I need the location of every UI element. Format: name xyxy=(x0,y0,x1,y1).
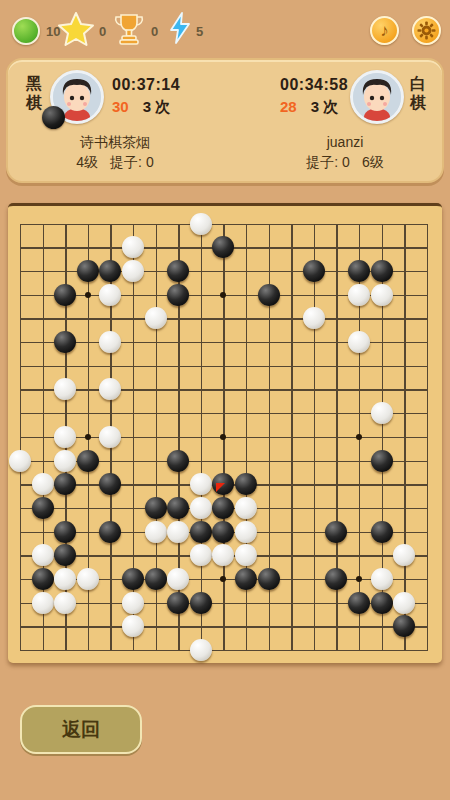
black-side-label: 黑 棋 xyxy=(24,74,44,112)
white-timer: 00:34:58 xyxy=(280,76,348,94)
board-grid-line xyxy=(291,224,292,651)
stone-black xyxy=(303,260,325,282)
stone-white xyxy=(54,450,76,472)
stone-white xyxy=(371,402,393,424)
stone-white xyxy=(190,544,212,566)
black-stone-badge xyxy=(42,106,65,129)
board-grid-line xyxy=(20,650,428,651)
stone-black xyxy=(99,473,121,495)
stone-white xyxy=(303,307,325,329)
stone-black xyxy=(190,521,212,543)
stone-black xyxy=(212,497,234,519)
board-grid-line xyxy=(427,224,428,651)
white-byoyomi-periods: 3 次 xyxy=(311,98,339,115)
stone-white xyxy=(99,426,121,448)
star-point xyxy=(220,434,226,440)
music-note-icon: ♪ xyxy=(380,21,389,41)
stone-black xyxy=(54,473,76,495)
stone-white xyxy=(167,521,189,543)
top-bar: 10 0 0 5 ♪ xyxy=(0,0,450,56)
stone-black xyxy=(99,521,121,543)
star-point xyxy=(85,292,91,298)
stone-black xyxy=(122,568,144,590)
stone-white xyxy=(54,568,76,590)
stone-black xyxy=(325,521,347,543)
stone-white xyxy=(99,331,121,353)
stone-white xyxy=(145,307,167,329)
stone-black xyxy=(77,260,99,282)
stone-black xyxy=(235,568,257,590)
white-side-label: 白 棋 xyxy=(408,74,428,112)
black-captures: 提子: 0 xyxy=(110,154,154,170)
coin-icon xyxy=(12,17,40,45)
gear-icon xyxy=(417,21,436,40)
stone-black xyxy=(235,473,257,495)
stone-black xyxy=(54,284,76,306)
stone-black xyxy=(258,568,280,590)
stone-black xyxy=(99,260,121,282)
stone-black xyxy=(371,260,393,282)
star-point xyxy=(220,576,226,582)
stone-white xyxy=(190,213,212,235)
back-button-label: 返回 xyxy=(62,717,100,743)
black-timer: 00:37:14 xyxy=(112,76,180,94)
stone-white xyxy=(212,544,234,566)
app-screen: 10 0 0 5 ♪ xyxy=(0,0,450,800)
stone-black xyxy=(167,450,189,472)
white-captures: 提子: 0 xyxy=(306,154,350,170)
stone-black xyxy=(145,497,167,519)
stone-black xyxy=(393,615,415,637)
stone-black xyxy=(32,568,54,590)
stone-white xyxy=(122,592,144,614)
trophy-count: 0 xyxy=(151,24,158,39)
stone-black xyxy=(212,236,234,258)
stone-black xyxy=(145,568,167,590)
stone-black xyxy=(371,592,393,614)
stone-black xyxy=(54,521,76,543)
stone-white xyxy=(32,592,54,614)
stone-black xyxy=(167,497,189,519)
stone-white xyxy=(122,236,144,258)
black-byoyomi-seconds: 30 xyxy=(112,98,129,115)
stone-white xyxy=(122,615,144,637)
stone-black xyxy=(348,592,370,614)
black-byoyomi-periods: 3 次 xyxy=(143,98,171,115)
stone-black xyxy=(77,450,99,472)
last-move-marker xyxy=(216,483,225,492)
energy-icon xyxy=(168,12,192,44)
stone-black xyxy=(167,284,189,306)
star-icon xyxy=(58,12,94,46)
board-grid-line xyxy=(404,224,405,651)
stone-white xyxy=(77,568,99,590)
stone-black xyxy=(348,260,370,282)
stone-white xyxy=(393,544,415,566)
star-point xyxy=(356,576,362,582)
stone-white xyxy=(9,450,31,472)
stone-black xyxy=(371,521,393,543)
stone-white xyxy=(235,544,257,566)
white-avatar xyxy=(350,70,404,124)
stone-white xyxy=(190,497,212,519)
white-rank: 6级 xyxy=(362,154,384,170)
stone-white xyxy=(145,521,167,543)
white-byoyomi-seconds: 28 xyxy=(280,98,297,115)
stone-white xyxy=(54,426,76,448)
stone-white xyxy=(54,378,76,400)
white-byoyomi: 283 次 xyxy=(280,98,338,117)
music-button[interactable]: ♪ xyxy=(370,16,399,45)
stone-black xyxy=(258,284,280,306)
stone-white xyxy=(99,378,121,400)
star-point xyxy=(220,292,226,298)
white-player-name: juanzi xyxy=(260,134,430,150)
back-button[interactable]: 返回 xyxy=(20,705,142,754)
stone-white xyxy=(32,544,54,566)
stone-white xyxy=(167,568,189,590)
stone-white xyxy=(190,639,212,661)
star-point xyxy=(356,434,362,440)
stone-white xyxy=(190,473,212,495)
stone-white xyxy=(99,284,121,306)
stone-black xyxy=(325,568,347,590)
stone-white xyxy=(235,521,257,543)
stone-white xyxy=(348,331,370,353)
stone-black xyxy=(32,497,54,519)
stone-black xyxy=(212,521,234,543)
stone-white xyxy=(32,473,54,495)
stone-white xyxy=(371,284,393,306)
black-byoyomi: 303 次 xyxy=(112,98,170,117)
players-panel: 黑 棋 00:37:14 303 次 诗书棋茶烟 4级提子: 0 00:34:5… xyxy=(6,58,444,183)
star-count: 0 xyxy=(99,24,106,39)
stone-black xyxy=(371,450,393,472)
stone-black xyxy=(54,331,76,353)
stone-black xyxy=(54,544,76,566)
stone-white xyxy=(348,284,370,306)
board-grid-line xyxy=(20,626,428,627)
black-rank: 4级 xyxy=(76,154,98,170)
board-grid-line xyxy=(314,224,315,651)
white-player-info: 提子: 06级 xyxy=(260,154,430,172)
star-point xyxy=(85,434,91,440)
stone-black xyxy=(190,592,212,614)
stone-white xyxy=(54,592,76,614)
energy-count: 5 xyxy=(196,24,203,39)
stone-black xyxy=(167,260,189,282)
trophy-icon xyxy=(112,12,146,46)
settings-button[interactable] xyxy=(412,16,441,45)
black-player-name: 诗书棋茶烟 xyxy=(30,134,200,152)
stone-white xyxy=(371,568,393,590)
stone-black xyxy=(167,592,189,614)
stone-white xyxy=(122,260,144,282)
stone-white xyxy=(235,497,257,519)
stone-white xyxy=(393,592,415,614)
stone-black xyxy=(212,473,234,495)
black-player-info: 4级提子: 0 xyxy=(30,154,200,172)
go-board[interactable] xyxy=(8,203,442,663)
